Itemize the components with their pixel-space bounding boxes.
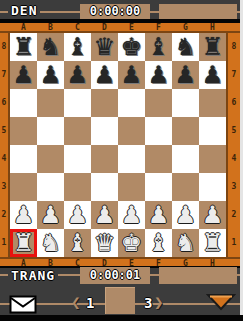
rank-label-1: 1 [0,229,8,257]
square-h6[interactable] [199,89,226,117]
square-e5[interactable] [118,117,145,145]
white-rook: ♜ [202,229,224,257]
rank-label-3: 3 [228,173,240,201]
file-label-h: H [199,23,226,32]
rank-label-2: 2 [0,201,8,229]
rank-label-1: 1 [228,229,240,257]
square-c5[interactable] [64,117,91,145]
square-c3[interactable] [64,173,91,201]
square-a8[interactable]: ♜ [10,33,37,61]
white-pawn: ♟ [175,201,197,229]
top-player-clock: 0:00:00 [80,4,150,19]
white-bishop: ♝ [148,229,170,257]
square-a1[interactable]: ♜ [10,229,37,257]
file-label-e: E [118,23,145,32]
black-pawn: ♟ [175,61,197,89]
square-c7[interactable]: ♟ [64,61,91,89]
square-d3[interactable] [91,173,118,201]
square-g1[interactable]: ♞ [172,229,199,257]
rank-labels-left: 87654321 [0,33,10,257]
square-b6[interactable] [37,89,64,117]
file-label-f: F [145,23,172,32]
white-knight: ♞ [40,229,62,257]
square-g8[interactable]: ♞ [172,33,199,61]
square-a6[interactable] [10,89,37,117]
square-h5[interactable] [199,117,226,145]
black-pawn: ♟ [121,61,143,89]
rank-label-5: 5 [228,117,240,145]
square-c4[interactable] [64,145,91,173]
rank-label-7: 7 [228,61,240,89]
app-screen: DEN 0:00:00 ABCDEFGH 87654321 87654321 A… [0,0,243,321]
square-h8[interactable]: ♜ [199,33,226,61]
square-a2[interactable]: ♟ [10,201,37,229]
square-d6[interactable] [91,89,118,117]
rank-label-8: 8 [228,33,240,61]
square-a3[interactable] [10,173,37,201]
bottom-captured-tray [159,267,237,284]
black-queen: ♛ [94,33,116,61]
square-d5[interactable] [91,117,118,145]
square-h2[interactable]: ♟ [199,201,226,229]
rank-label-6: 6 [228,89,240,117]
square-f8[interactable]: ♝ [145,33,172,61]
page-forward-icon[interactable]: ❯ [154,294,164,312]
white-pawn: ♟ [94,201,116,229]
white-knight: ♞ [175,229,197,257]
rank-label-7: 7 [0,61,8,89]
square-a4[interactable] [10,145,37,173]
black-pawn: ♟ [40,61,62,89]
white-bishop: ♝ [67,229,89,257]
square-e8[interactable]: ♚ [118,33,145,61]
square-f5[interactable] [145,117,172,145]
black-pawn: ♟ [94,61,116,89]
square-a5[interactable] [10,117,37,145]
square-e1[interactable]: ♚ [118,229,145,257]
envelope-icon[interactable] [9,295,37,314]
file-labels-top: ABCDEFGH [0,23,240,33]
white-pawn: ♟ [202,201,224,229]
square-g2[interactable]: ♟ [172,201,199,229]
square-e4[interactable] [118,145,145,173]
top-captured-tray [159,4,237,19]
square-b2[interactable]: ♟ [37,201,64,229]
rank-label-6: 6 [0,89,8,117]
white-king: ♚ [121,229,143,257]
bottom-screen-edge [0,315,243,321]
file-label-a: A [10,23,37,32]
white-queen: ♛ [94,229,116,257]
black-bishop: ♝ [67,33,89,61]
square-f6[interactable] [145,89,172,117]
file-label-g: G [172,23,199,32]
black-pawn: ♟ [13,61,35,89]
file-label-b: B [37,23,64,32]
square-h4[interactable] [199,145,226,173]
white-pawn: ♟ [40,201,62,229]
white-pawn: ♟ [13,201,35,229]
file-label-d: D [91,23,118,32]
square-c2[interactable]: ♟ [64,201,91,229]
black-bishop: ♝ [148,33,170,61]
square-e2[interactable]: ♟ [118,201,145,229]
black-pawn: ♟ [202,61,224,89]
rank-label-5: 5 [0,117,8,145]
black-knight: ♞ [175,33,197,61]
top-player-name: DEN [8,3,40,18]
square-d1[interactable]: ♛ [91,229,118,257]
rank-label-8: 8 [0,33,8,61]
page-right-number: 3 [144,295,152,311]
square-e6[interactable] [118,89,145,117]
bottom-player-name: TRANG [8,268,58,283]
black-knight: ♞ [40,33,62,61]
square-g3[interactable] [172,173,199,201]
rank-label-4: 4 [0,145,8,173]
page-back-icon[interactable]: ❮ [71,294,81,312]
square-b3[interactable] [37,173,64,201]
rank-label-3: 3 [0,173,8,201]
rank-labels-right: 87654321 [226,33,240,257]
square-f2[interactable]: ♟ [145,201,172,229]
white-pawn: ♟ [67,201,89,229]
square-a7[interactable]: ♟ [10,61,37,89]
page-left-number: 1 [86,295,94,311]
square-g4[interactable] [172,145,199,173]
square-b5[interactable] [37,117,64,145]
square-b7[interactable]: ♟ [37,61,64,89]
black-king: ♚ [121,33,143,61]
white-pawn: ♟ [121,201,143,229]
down-triangle-icon[interactable] [206,293,236,311]
chess-board[interactable]: ♜♞♝♛♚♝♞♜♟♟♟♟♟♟♟♟♟♟♟♟♟♟♟♟♜♞♝♛♚♝♞♜ [10,33,226,257]
square-e7[interactable]: ♟ [118,61,145,89]
file-labels-bottom: ABCDEFGH [0,257,240,266]
square-d7[interactable]: ♟ [91,61,118,89]
square-e3[interactable] [118,173,145,201]
square-f7[interactable]: ♟ [145,61,172,89]
black-pawn: ♟ [148,61,170,89]
square-c8[interactable]: ♝ [64,33,91,61]
square-d2[interactable]: ♟ [91,201,118,229]
square-c1[interactable]: ♝ [64,229,91,257]
square-h7[interactable]: ♟ [199,61,226,89]
square-d8[interactable]: ♛ [91,33,118,61]
rank-label-2: 2 [228,201,240,229]
black-rook: ♜ [13,33,35,61]
bottom-player-clock: 0:00:01 [80,267,150,284]
square-f3[interactable] [145,173,172,201]
square-f1[interactable]: ♝ [145,229,172,257]
square-g6[interactable] [172,89,199,117]
square-c6[interactable] [64,89,91,117]
screen-right-border [240,0,243,315]
square-g5[interactable] [172,117,199,145]
square-d4[interactable] [91,145,118,173]
square-f4[interactable] [145,145,172,173]
current-page-box[interactable] [105,287,135,314]
square-g7[interactable]: ♟ [172,61,199,89]
rank-label-4: 4 [228,145,240,173]
white-pawn: ♟ [148,201,170,229]
square-h1[interactable]: ♜ [199,229,226,257]
square-b8[interactable]: ♞ [37,33,64,61]
black-pawn: ♟ [67,61,89,89]
square-b1[interactable]: ♞ [37,229,64,257]
file-label-c: C [64,23,91,32]
white-rook: ♜ [13,229,35,257]
black-rook: ♜ [202,33,224,61]
square-b4[interactable] [37,145,64,173]
square-h3[interactable] [199,173,226,201]
